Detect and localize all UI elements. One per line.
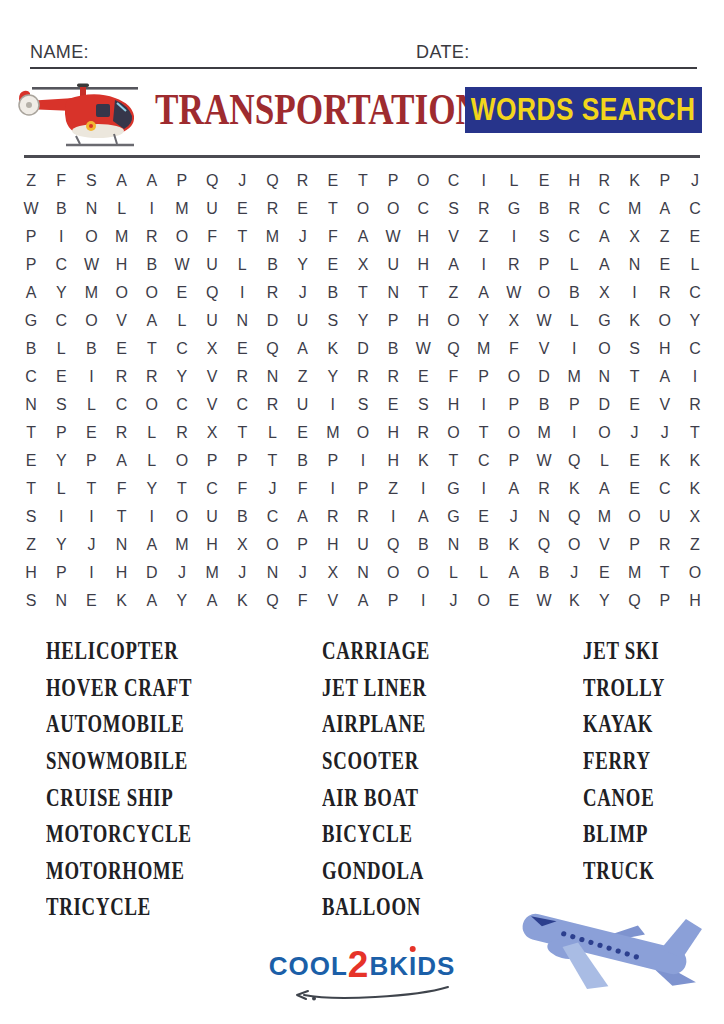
- grid-letter: R: [167, 419, 197, 447]
- grid-letter: A: [438, 251, 468, 279]
- grid-letter: J: [288, 559, 318, 587]
- grid-letter: B: [227, 503, 257, 531]
- grid-letter: V: [107, 307, 137, 335]
- grid-letter: O: [167, 223, 197, 251]
- grid-letter: I: [318, 475, 348, 503]
- grid-letter: W: [408, 335, 438, 363]
- grid-letter: I: [378, 503, 408, 531]
- grid-letter: I: [469, 167, 499, 195]
- grid-letter: U: [348, 531, 378, 559]
- grid-letter: Q: [559, 503, 589, 531]
- grid-letter: E: [288, 419, 318, 447]
- grid-letter: I: [499, 223, 529, 251]
- grid-letter: I: [227, 279, 257, 307]
- grid-letter: Z: [378, 475, 408, 503]
- grid-letter: B: [318, 279, 348, 307]
- grid-letter: C: [167, 391, 197, 419]
- grid-letter: W: [167, 251, 197, 279]
- grid-letter: S: [529, 223, 559, 251]
- grid-letter: K: [619, 167, 649, 195]
- grid-letter: I: [559, 419, 589, 447]
- grid-letter: C: [408, 195, 438, 223]
- grid-letter: O: [438, 307, 468, 335]
- grid-letter: F: [46, 167, 76, 195]
- grid-letter: M: [589, 503, 619, 531]
- grid-letter: C: [16, 363, 46, 391]
- grid-letter: L: [469, 559, 499, 587]
- grid-letter: B: [559, 279, 589, 307]
- grid-letter: Q: [438, 335, 468, 363]
- grid-letter: M: [619, 559, 649, 587]
- grid-letter: N: [76, 195, 106, 223]
- grid-letter: O: [408, 559, 438, 587]
- grid-letter: P: [16, 223, 46, 251]
- grid-letter: P: [378, 307, 408, 335]
- grid-letter: T: [408, 279, 438, 307]
- word-list-item: SCOOTER: [322, 743, 466, 780]
- grid-letter: L: [227, 251, 257, 279]
- grid-letter: R: [107, 419, 137, 447]
- grid-letter: O: [559, 531, 589, 559]
- grid-letter: E: [227, 195, 257, 223]
- grid-letter: S: [408, 391, 438, 419]
- grid-letter: A: [408, 503, 438, 531]
- grid-letter: C: [46, 251, 76, 279]
- grid-letter: K: [107, 587, 137, 615]
- grid-letter: U: [197, 503, 227, 531]
- grid-letter: Q: [197, 279, 227, 307]
- grid-letter: E: [529, 167, 559, 195]
- grid-letter: C: [680, 335, 710, 363]
- grid-letter: X: [589, 279, 619, 307]
- grid-letter: I: [46, 503, 76, 531]
- grid-letter: O: [378, 195, 408, 223]
- word-list-item: CARRIAGE: [322, 633, 466, 670]
- grid-letter: X: [680, 503, 710, 531]
- letter-grid: ZFSAAPQJQRETPOCILEHRKPJWBNLIMUERETOOCSRG…: [16, 167, 710, 615]
- grid-letter: B: [529, 559, 559, 587]
- word-list-item: TRUCK: [583, 853, 692, 890]
- grid-letter: C: [438, 167, 468, 195]
- grid-letter: L: [46, 335, 76, 363]
- grid-letter: A: [16, 279, 46, 307]
- grid-letter: T: [16, 419, 46, 447]
- grid-letter: D: [348, 335, 378, 363]
- grid-letter: Q: [529, 531, 559, 559]
- word-list-column-1: HELICOPTERHOVER CRAFTAUTOMOBILESNOWMOBIL…: [46, 633, 241, 926]
- grid-letter: A: [499, 559, 529, 587]
- grid-letter: H: [408, 307, 438, 335]
- grid-letter: I: [46, 223, 76, 251]
- grid-letter: Y: [46, 447, 76, 475]
- logo-text-ds: DS: [417, 951, 455, 982]
- grid-letter: A: [348, 223, 378, 251]
- grid-letter: D: [529, 363, 559, 391]
- word-list-item: BALLOON: [322, 889, 466, 926]
- word-text: HOVER CRAFT: [46, 674, 192, 702]
- word-text: BALLOON: [322, 893, 421, 921]
- grid-letter: P: [619, 531, 649, 559]
- grid-letter: E: [619, 475, 649, 503]
- grid-letter: P: [650, 587, 680, 615]
- grid-letter: A: [197, 587, 227, 615]
- grid-letter: Y: [167, 587, 197, 615]
- grid-letter: V: [589, 531, 619, 559]
- grid-letter: R: [650, 531, 680, 559]
- grid-letter: F: [227, 475, 257, 503]
- grid-letter: O: [589, 335, 619, 363]
- grid-letter: D: [257, 307, 287, 335]
- grid-letter: N: [16, 391, 46, 419]
- word-text: KAYAK: [583, 710, 653, 738]
- grid-letter: P: [469, 363, 499, 391]
- grid-letter: W: [76, 251, 106, 279]
- grid-letter: R: [499, 251, 529, 279]
- grid-letter: B: [16, 335, 46, 363]
- grid-letter: K: [318, 335, 348, 363]
- grid-letter: H: [680, 587, 710, 615]
- grid-letter: Z: [680, 531, 710, 559]
- grid-letter: R: [559, 195, 589, 223]
- grid-letter: K: [619, 307, 649, 335]
- word-text: JET SKI: [583, 637, 659, 665]
- grid-letter: Q: [619, 587, 649, 615]
- grid-letter: Y: [469, 307, 499, 335]
- grid-letter: P: [167, 167, 197, 195]
- grid-letter: E: [619, 391, 649, 419]
- word-text: GONDOLA: [322, 857, 424, 885]
- grid-letter: P: [76, 447, 106, 475]
- grid-letter: B: [469, 531, 499, 559]
- grid-letter: M: [559, 363, 589, 391]
- grid-letter: C: [46, 307, 76, 335]
- grid-letter: H: [650, 335, 680, 363]
- word-list-item: HELICOPTER: [46, 633, 241, 670]
- grid-letter: M: [167, 531, 197, 559]
- grid-letter: F: [107, 475, 137, 503]
- grid-letter: E: [288, 195, 318, 223]
- grid-letter: K: [408, 447, 438, 475]
- word-list-item: AUTOMOBILE: [46, 706, 241, 743]
- grid-letter: T: [438, 447, 468, 475]
- grid-letter: K: [559, 587, 589, 615]
- grid-letter: R: [529, 475, 559, 503]
- grid-letter: H: [318, 531, 348, 559]
- grid-letter: T: [137, 335, 167, 363]
- grid-letter: W: [499, 279, 529, 307]
- grid-letter: P: [378, 587, 408, 615]
- grid-letter: A: [499, 475, 529, 503]
- grid-letter: R: [348, 363, 378, 391]
- grid-letter: Z: [650, 223, 680, 251]
- word-text: TRUCK: [583, 857, 654, 885]
- grid-letter: O: [438, 419, 468, 447]
- grid-letter: O: [499, 363, 529, 391]
- grid-letter: A: [137, 587, 167, 615]
- word-text: SCOOTER: [322, 747, 419, 775]
- grid-letter: C: [559, 223, 589, 251]
- grid-letter: C: [257, 503, 287, 531]
- word-list-item: CANOE: [583, 779, 692, 816]
- word-text: SNOWMOBILE: [46, 747, 188, 775]
- grid-letter: I: [408, 475, 438, 503]
- grid-letter: O: [680, 559, 710, 587]
- grid-letter: S: [76, 167, 106, 195]
- grid-letter: I: [318, 391, 348, 419]
- grid-letter: V: [197, 363, 227, 391]
- grid-letter: O: [137, 279, 167, 307]
- grid-letter: N: [348, 559, 378, 587]
- grid-letter: C: [227, 391, 257, 419]
- grid-letter: O: [76, 223, 106, 251]
- grid-letter: S: [46, 391, 76, 419]
- grid-letter: F: [288, 475, 318, 503]
- grid-letter: T: [16, 475, 46, 503]
- grid-letter: X: [619, 223, 649, 251]
- grid-letter: K: [227, 587, 257, 615]
- word-list-item: CRUISE SHIP: [46, 779, 241, 816]
- grid-letter: M: [257, 223, 287, 251]
- grid-letter: I: [137, 503, 167, 531]
- grid-letter: R: [650, 279, 680, 307]
- word-text: TRICYCLE: [46, 893, 151, 921]
- grid-letter: U: [650, 503, 680, 531]
- word-list-item: JET SKI: [583, 633, 692, 670]
- grid-letter: P: [650, 167, 680, 195]
- grid-letter: R: [257, 195, 287, 223]
- grid-letter: I: [137, 195, 167, 223]
- grid-letter: E: [76, 587, 106, 615]
- word-list-item: MOTORCYCLE: [46, 816, 241, 853]
- grid-letter: B: [76, 335, 106, 363]
- grid-letter: T: [348, 279, 378, 307]
- grid-letter: H: [378, 419, 408, 447]
- grid-letter: P: [499, 447, 529, 475]
- grid-letter: C: [680, 195, 710, 223]
- grid-letter: K: [650, 447, 680, 475]
- grid-letter: K: [680, 475, 710, 503]
- grid-letter: F: [197, 223, 227, 251]
- grid-letter: A: [107, 447, 137, 475]
- grid-letter: Q: [257, 587, 287, 615]
- grid-letter: C: [167, 335, 197, 363]
- grid-letter: E: [107, 335, 137, 363]
- grid-letter: R: [469, 195, 499, 223]
- grid-letter: Y: [46, 279, 76, 307]
- grid-letter: D: [589, 391, 619, 419]
- grid-letter: C: [197, 475, 227, 503]
- grid-letter: G: [499, 195, 529, 223]
- word-list-column-2: CARRIAGEJET LINERAIRPLANESCOOTERAIR BOAT…: [322, 633, 466, 926]
- grid-letter: H: [559, 167, 589, 195]
- grid-letter: I: [76, 503, 106, 531]
- grid-letter: R: [257, 391, 287, 419]
- grid-letter: U: [378, 251, 408, 279]
- grid-letter: A: [589, 251, 619, 279]
- grid-letter: X: [227, 531, 257, 559]
- grid-letter: N: [619, 251, 649, 279]
- grid-letter: O: [167, 503, 197, 531]
- logo-text-2: 2: [348, 952, 370, 978]
- grid-letter: R: [137, 223, 167, 251]
- grid-letter: C: [589, 195, 619, 223]
- grid-letter: E: [76, 419, 106, 447]
- grid-letter: A: [137, 307, 167, 335]
- grid-letter: N: [438, 531, 468, 559]
- date-label: DATE:: [416, 42, 470, 63]
- grid-letter: Y: [680, 307, 710, 335]
- grid-letter: J: [559, 559, 589, 587]
- grid-letter: L: [107, 195, 137, 223]
- grid-letter: L: [167, 307, 197, 335]
- grid-letter: J: [680, 167, 710, 195]
- grid-letter: J: [650, 419, 680, 447]
- grid-letter: L: [438, 559, 468, 587]
- grid-letter: S: [619, 335, 649, 363]
- grid-letter: E: [408, 363, 438, 391]
- grid-letter: T: [107, 503, 137, 531]
- grid-letter: E: [378, 391, 408, 419]
- grid-letter: P: [46, 559, 76, 587]
- grid-letter: O: [257, 531, 287, 559]
- grid-letter: C: [680, 279, 710, 307]
- grid-letter: Z: [469, 223, 499, 251]
- word-list-item: GONDOLA: [322, 853, 466, 890]
- grid-letter: Y: [589, 587, 619, 615]
- grid-letter: P: [227, 447, 257, 475]
- grid-letter: U: [197, 195, 227, 223]
- grid-letter: Z: [16, 167, 46, 195]
- grid-letter: Q: [559, 447, 589, 475]
- grid-letter: W: [16, 195, 46, 223]
- grid-letter: O: [107, 279, 137, 307]
- grid-letter: A: [469, 279, 499, 307]
- grid-letter: G: [438, 503, 468, 531]
- name-label: NAME:: [30, 42, 89, 63]
- grid-letter: X: [499, 307, 529, 335]
- grid-letter: X: [197, 419, 227, 447]
- grid-letter: E: [46, 363, 76, 391]
- grid-letter: J: [257, 475, 287, 503]
- grid-letter: Q: [197, 167, 227, 195]
- grid-letter: L: [680, 251, 710, 279]
- word-text: BICYCLE: [322, 820, 413, 848]
- word-list-item: BLIMP: [583, 816, 692, 853]
- grid-letter: L: [137, 447, 167, 475]
- grid-letter: E: [167, 279, 197, 307]
- grid-letter: P: [348, 475, 378, 503]
- grid-letter: O: [137, 391, 167, 419]
- grid-letter: A: [288, 335, 318, 363]
- grid-letter: I: [469, 391, 499, 419]
- grid-letter: R: [589, 167, 619, 195]
- grid-letter: H: [408, 223, 438, 251]
- grid-letter: B: [408, 531, 438, 559]
- grid-letter: T: [680, 419, 710, 447]
- grid-letter: K: [499, 531, 529, 559]
- grid-letter: O: [529, 279, 559, 307]
- grid-letter: M: [107, 223, 137, 251]
- grid-letter: S: [16, 587, 46, 615]
- grid-letter: C: [469, 447, 499, 475]
- grid-letter: R: [318, 503, 348, 531]
- grid-letter: B: [529, 195, 559, 223]
- grid-letter: T: [469, 419, 499, 447]
- grid-letter: O: [76, 307, 106, 335]
- grid-letter: Y: [46, 531, 76, 559]
- grid-letter: G: [589, 307, 619, 335]
- word-list-item: MOTORHOME: [46, 853, 241, 890]
- grid-letter: V: [318, 587, 348, 615]
- grid-letter: A: [589, 475, 619, 503]
- grid-letter: T: [650, 559, 680, 587]
- grid-letter: V: [197, 391, 227, 419]
- grid-letter: E: [16, 447, 46, 475]
- grid-letter: X: [318, 559, 348, 587]
- grid-letter: N: [529, 503, 559, 531]
- grid-letter: A: [288, 503, 318, 531]
- grid-letter: N: [107, 531, 137, 559]
- grid-letter: E: [619, 447, 649, 475]
- grid-letter: L: [76, 391, 106, 419]
- grid-letter: H: [197, 531, 227, 559]
- grid-letter: U: [288, 307, 318, 335]
- grid-letter: P: [559, 391, 589, 419]
- grid-letter: L: [257, 419, 287, 447]
- grid-letter: P: [288, 531, 318, 559]
- grid-letter: O: [469, 587, 499, 615]
- grid-letter: H: [438, 391, 468, 419]
- badge-label: WORDS SEARCH: [471, 92, 696, 128]
- grid-letter: O: [348, 419, 378, 447]
- grid-letter: Q: [257, 167, 287, 195]
- grid-letter: M: [469, 335, 499, 363]
- grid-letter: O: [650, 307, 680, 335]
- grid-letter: O: [499, 419, 529, 447]
- logo-text-bk: BK: [369, 951, 409, 982]
- grid-letter: I: [680, 363, 710, 391]
- grid-letter: Z: [288, 363, 318, 391]
- grid-letter: C: [107, 391, 137, 419]
- word-list-item: AIR BOAT: [322, 779, 466, 816]
- grid-letter: T: [76, 475, 106, 503]
- grid-letter: B: [137, 251, 167, 279]
- word-text: BLIMP: [583, 820, 648, 848]
- grid-letter: S: [318, 307, 348, 335]
- word-text: CANOE: [583, 784, 654, 812]
- grid-letter: R: [107, 363, 137, 391]
- grid-letter: Y: [137, 475, 167, 503]
- grid-letter: I: [408, 587, 438, 615]
- grid-letter: X: [197, 335, 227, 363]
- grid-letter: M: [197, 559, 227, 587]
- brand-logo: COOL2BKIDS: [269, 950, 456, 982]
- word-list-column-3: JET SKITROLLYKAYAKFERRYCANOEBLIMPTRUCK: [583, 633, 692, 889]
- grid-letter: V: [650, 391, 680, 419]
- grid-letter: R: [348, 503, 378, 531]
- grid-letter: J: [76, 531, 106, 559]
- grid-letter: D: [137, 559, 167, 587]
- airplane-icon: [513, 891, 711, 1011]
- grid-letter: N: [589, 363, 619, 391]
- grid-letter: H: [408, 251, 438, 279]
- grid-letter: Y: [167, 363, 197, 391]
- grid-letter: A: [137, 531, 167, 559]
- grid-letter: H: [378, 447, 408, 475]
- grid-letter: P: [197, 447, 227, 475]
- grid-letter: M: [76, 279, 106, 307]
- grid-letter: I: [348, 447, 378, 475]
